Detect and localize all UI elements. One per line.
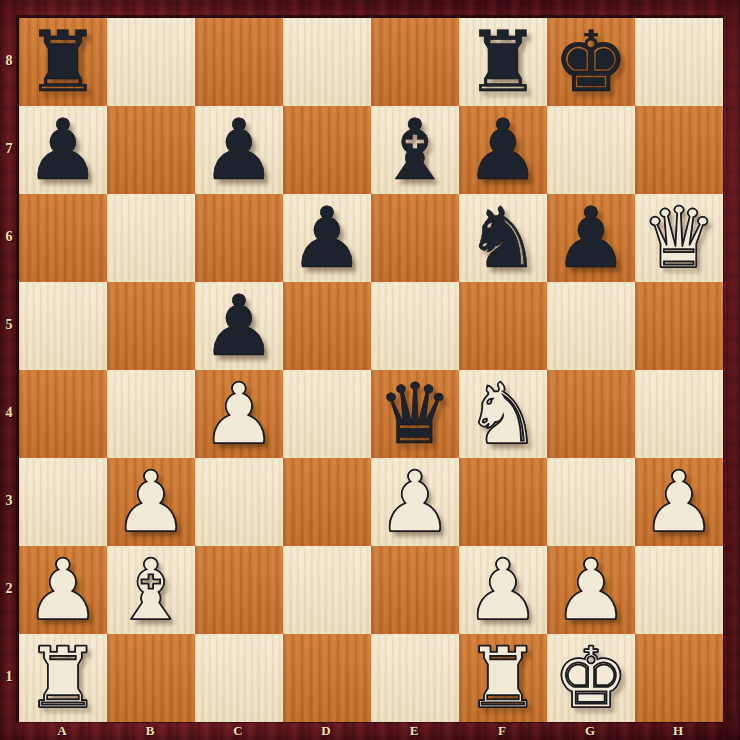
- file-label-d: D: [282, 722, 370, 740]
- white-rook-a1[interactable]: ♜: [25, 634, 100, 722]
- square-f7[interactable]: ♟: [459, 106, 547, 194]
- square-g2[interactable]: ♟: [547, 546, 635, 634]
- white-king-g1[interactable]: ♚: [553, 634, 628, 722]
- square-g6[interactable]: ♟: [547, 194, 635, 282]
- white-pawn-a2[interactable]: ♟: [25, 546, 100, 634]
- square-g5[interactable]: [547, 282, 635, 370]
- white-pawn-g2[interactable]: ♟: [553, 546, 628, 634]
- rank-label-2: 2: [0, 545, 18, 633]
- square-e4[interactable]: ♛: [371, 370, 459, 458]
- rank-label-5: 5: [0, 281, 18, 369]
- square-e8[interactable]: [371, 18, 459, 106]
- square-c4[interactable]: ♟: [195, 370, 283, 458]
- square-d5[interactable]: [283, 282, 371, 370]
- black-knight-f6[interactable]: ♞: [465, 194, 540, 282]
- chess-board: ♜♜♚♟♟♝♟♟♞♟♛♟♟♛♞♟♟♟♟♝♟♟♜♜♚: [18, 17, 722, 721]
- black-pawn-a7[interactable]: ♟: [25, 106, 100, 194]
- white-pawn-e3[interactable]: ♟: [377, 458, 452, 546]
- square-a2[interactable]: ♟: [19, 546, 107, 634]
- square-c5[interactable]: ♟: [195, 282, 283, 370]
- square-h1[interactable]: [635, 634, 723, 722]
- square-e2[interactable]: [371, 546, 459, 634]
- square-d4[interactable]: [283, 370, 371, 458]
- rank-label-6: 6: [0, 193, 18, 281]
- square-e5[interactable]: [371, 282, 459, 370]
- black-rook-a8[interactable]: ♜: [25, 18, 100, 106]
- square-c8[interactable]: [195, 18, 283, 106]
- rank-label-4: 4: [0, 369, 18, 457]
- square-f8[interactable]: ♜: [459, 18, 547, 106]
- square-g3[interactable]: [547, 458, 635, 546]
- file-label-b: B: [106, 722, 194, 740]
- white-rook-f1[interactable]: ♜: [465, 634, 540, 722]
- black-pawn-g6[interactable]: ♟: [553, 194, 628, 282]
- rank-label-1: 1: [0, 633, 18, 721]
- square-b8[interactable]: [107, 18, 195, 106]
- white-queen-h6[interactable]: ♛: [641, 194, 716, 282]
- square-c6[interactable]: [195, 194, 283, 282]
- black-queen-e4[interactable]: ♛: [377, 370, 452, 458]
- square-a7[interactable]: ♟: [19, 106, 107, 194]
- black-pawn-d6[interactable]: ♟: [289, 194, 364, 282]
- square-e7[interactable]: ♝: [371, 106, 459, 194]
- file-label-c: C: [194, 722, 282, 740]
- square-e3[interactable]: ♟: [371, 458, 459, 546]
- white-bishop-b2[interactable]: ♝: [113, 546, 188, 634]
- file-label-h: H: [634, 722, 722, 740]
- white-knight-f4[interactable]: ♞: [465, 370, 540, 458]
- square-b6[interactable]: [107, 194, 195, 282]
- square-e6[interactable]: [371, 194, 459, 282]
- square-g7[interactable]: [547, 106, 635, 194]
- square-b5[interactable]: [107, 282, 195, 370]
- square-c2[interactable]: [195, 546, 283, 634]
- square-d7[interactable]: [283, 106, 371, 194]
- square-b4[interactable]: [107, 370, 195, 458]
- square-f3[interactable]: [459, 458, 547, 546]
- square-d1[interactable]: [283, 634, 371, 722]
- square-a6[interactable]: [19, 194, 107, 282]
- white-pawn-f2[interactable]: ♟: [465, 546, 540, 634]
- square-h2[interactable]: [635, 546, 723, 634]
- file-label-g: G: [546, 722, 634, 740]
- square-b7[interactable]: [107, 106, 195, 194]
- black-pawn-c7[interactable]: ♟: [201, 106, 276, 194]
- board-frame: ♜♜♚♟♟♝♟♟♞♟♛♟♟♛♞♟♟♟♟♝♟♟♜♜♚ 87654321 ABCDE…: [0, 0, 740, 740]
- square-h4[interactable]: [635, 370, 723, 458]
- square-f4[interactable]: ♞: [459, 370, 547, 458]
- square-h7[interactable]: [635, 106, 723, 194]
- square-c3[interactable]: [195, 458, 283, 546]
- black-rook-f8[interactable]: ♜: [465, 18, 540, 106]
- file-label-f: F: [458, 722, 546, 740]
- square-b1[interactable]: [107, 634, 195, 722]
- white-pawn-b3[interactable]: ♟: [113, 458, 188, 546]
- square-h5[interactable]: [635, 282, 723, 370]
- square-h6[interactable]: ♛: [635, 194, 723, 282]
- file-label-a: A: [18, 722, 106, 740]
- square-d6[interactable]: ♟: [283, 194, 371, 282]
- square-a1[interactable]: ♜: [19, 634, 107, 722]
- square-d3[interactable]: [283, 458, 371, 546]
- file-label-e: E: [370, 722, 458, 740]
- rank-label-8: 8: [0, 17, 18, 105]
- square-g1[interactable]: ♚: [547, 634, 635, 722]
- square-f1[interactable]: ♜: [459, 634, 547, 722]
- white-pawn-h3[interactable]: ♟: [641, 458, 716, 546]
- square-d8[interactable]: [283, 18, 371, 106]
- square-e1[interactable]: [371, 634, 459, 722]
- black-bishop-e7[interactable]: ♝: [377, 106, 452, 194]
- square-d2[interactable]: [283, 546, 371, 634]
- square-f5[interactable]: [459, 282, 547, 370]
- black-pawn-f7[interactable]: ♟: [465, 106, 540, 194]
- square-f6[interactable]: ♞: [459, 194, 547, 282]
- black-pawn-c5[interactable]: ♟: [201, 282, 276, 370]
- square-g8[interactable]: ♚: [547, 18, 635, 106]
- square-b3[interactable]: ♟: [107, 458, 195, 546]
- square-h8[interactable]: [635, 18, 723, 106]
- square-b2[interactable]: ♝: [107, 546, 195, 634]
- square-h3[interactable]: ♟: [635, 458, 723, 546]
- rank-label-7: 7: [0, 105, 18, 193]
- square-a5[interactable]: [19, 282, 107, 370]
- square-c7[interactable]: ♟: [195, 106, 283, 194]
- rank-label-3: 3: [0, 457, 18, 545]
- square-g4[interactable]: [547, 370, 635, 458]
- black-king-g8[interactable]: ♚: [553, 18, 628, 106]
- square-a8[interactable]: ♜: [19, 18, 107, 106]
- square-c1[interactable]: [195, 634, 283, 722]
- square-a3[interactable]: [19, 458, 107, 546]
- square-f2[interactable]: ♟: [459, 546, 547, 634]
- white-pawn-c4[interactable]: ♟: [201, 370, 276, 458]
- square-a4[interactable]: [19, 370, 107, 458]
